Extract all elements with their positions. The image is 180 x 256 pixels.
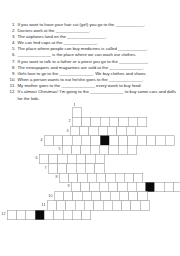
grid-number-12: 12 — [1, 212, 5, 216]
answer-cell[interactable] — [81, 210, 91, 220]
crossword-grid: 123456789101112 — [0, 0, 180, 256]
answer-cell[interactable] — [137, 117, 147, 127]
answer-cell[interactable] — [127, 145, 137, 155]
answer-cell[interactable] — [165, 136, 175, 146]
grid-number-5: 5 — [58, 147, 60, 151]
grid-row-12: 12 — [7, 210, 91, 220]
answer-cell[interactable] — [173, 182, 180, 192]
grid-number-7: 7 — [44, 166, 46, 170]
worksheet-page: 1.If you want to have your hair cut (gir… — [0, 0, 180, 256]
grid-number-9: 9 — [67, 184, 69, 188]
grid-number-3: 3 — [66, 128, 68, 132]
grid-number-6: 6 — [35, 156, 37, 160]
grid-number-10: 10 — [48, 193, 52, 197]
grid-number-11: 11 — [42, 203, 46, 207]
grid-number-4: 4 — [40, 138, 42, 142]
grid-number-8: 8 — [55, 175, 57, 179]
grid-number-2: 2 — [68, 119, 70, 123]
answer-cell[interactable] — [140, 201, 150, 211]
grid-number-1: 1 — [74, 103, 76, 107]
